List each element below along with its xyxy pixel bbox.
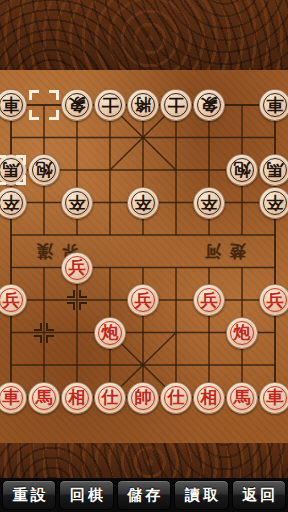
- black-soldier[interactable]: 卒: [0, 187, 27, 219]
- black-chariot[interactable]: 車: [0, 89, 27, 121]
- piece-glyph: 車: [260, 90, 288, 120]
- piece-glyph: 炮: [29, 155, 59, 185]
- piece-glyph: 炮: [95, 318, 125, 348]
- piece-glyph: 相: [62, 383, 92, 413]
- piece-glyph: 象: [62, 90, 92, 120]
- toolbar: 重設 回棋 儲存 讀取 返回: [0, 478, 288, 512]
- piece-glyph: 炮: [227, 318, 257, 348]
- piece-glyph: 卒: [128, 188, 158, 218]
- piece-glyph: 車: [260, 383, 288, 413]
- piece-glyph: 兵: [62, 253, 92, 283]
- black-soldier[interactable]: 卒: [127, 187, 159, 219]
- black-soldier[interactable]: 卒: [61, 187, 93, 219]
- piece-glyph: 馬: [29, 383, 59, 413]
- red-chariot[interactable]: 車: [0, 382, 27, 414]
- black-soldier[interactable]: 卒: [259, 187, 288, 219]
- black-cannon[interactable]: 炮: [28, 154, 60, 186]
- undo-button[interactable]: 回棋: [59, 480, 113, 510]
- black-general[interactable]: 將: [127, 89, 159, 121]
- black-horse[interactable]: 馬: [259, 154, 288, 186]
- piece-glyph: 兵: [194, 285, 224, 315]
- piece-glyph: 兵: [260, 285, 288, 315]
- pieces-layer: 車象士將士象車馬炮炮馬卒卒卒卒卒兵兵兵兵兵炮炮車馬相仕帥仕相馬車: [0, 70, 288, 443]
- piece-glyph: 卒: [62, 188, 92, 218]
- red-elephant[interactable]: 相: [193, 382, 225, 414]
- bottom-wave-pattern: [0, 443, 288, 478]
- red-soldier[interactable]: 兵: [127, 284, 159, 316]
- piece-glyph: 馬: [260, 155, 288, 185]
- red-advisor[interactable]: 仕: [94, 382, 126, 414]
- piece-glyph: 兵: [0, 285, 26, 315]
- back-button[interactable]: 返回: [232, 480, 286, 510]
- piece-glyph: 卒: [260, 188, 288, 218]
- black-elephant[interactable]: 象: [61, 89, 93, 121]
- piece-glyph: 炮: [227, 155, 257, 185]
- red-general[interactable]: 帥: [127, 382, 159, 414]
- black-advisor[interactable]: 士: [94, 89, 126, 121]
- piece-glyph: 象: [194, 90, 224, 120]
- black-soldier[interactable]: 卒: [193, 187, 225, 219]
- last-move-source-marker: [29, 90, 59, 120]
- piece-glyph: 卒: [194, 188, 224, 218]
- point-marker: [34, 323, 54, 343]
- xiangqi-board[interactable]: 界漢 楚河 車象士將士象車馬炮炮馬卒卒卒卒卒兵兵兵兵兵炮炮車馬相仕帥仕相馬車: [0, 70, 288, 443]
- black-cannon[interactable]: 炮: [226, 154, 258, 186]
- red-elephant[interactable]: 相: [61, 382, 93, 414]
- point-marker: [67, 290, 87, 310]
- red-cannon[interactable]: 炮: [226, 317, 258, 349]
- black-advisor[interactable]: 士: [160, 89, 192, 121]
- red-soldier[interactable]: 兵: [61, 252, 93, 284]
- piece-glyph: 馬: [227, 383, 257, 413]
- red-soldier[interactable]: 兵: [259, 284, 288, 316]
- piece-glyph: 相: [194, 383, 224, 413]
- piece-glyph: 車: [0, 383, 26, 413]
- red-cannon[interactable]: 炮: [94, 317, 126, 349]
- top-wave-pattern: [0, 0, 288, 70]
- save-button[interactable]: 儲存: [117, 480, 171, 510]
- piece-glyph: 仕: [95, 383, 125, 413]
- red-chariot[interactable]: 車: [259, 382, 288, 414]
- app-screen: 界漢 楚河 車象士將士象車馬炮炮馬卒卒卒卒卒兵兵兵兵兵炮炮車馬相仕帥仕相馬車 重…: [0, 0, 288, 512]
- red-advisor[interactable]: 仕: [160, 382, 192, 414]
- selected-piece-marker: [0, 155, 26, 185]
- black-elephant[interactable]: 象: [193, 89, 225, 121]
- piece-glyph: 仕: [161, 383, 191, 413]
- black-chariot[interactable]: 車: [259, 89, 288, 121]
- piece-glyph: 將: [128, 90, 158, 120]
- red-horse[interactable]: 馬: [28, 382, 60, 414]
- piece-glyph: 兵: [128, 285, 158, 315]
- piece-glyph: 士: [161, 90, 191, 120]
- piece-glyph: 士: [95, 90, 125, 120]
- reset-button[interactable]: 重設: [2, 480, 56, 510]
- piece-glyph: 卒: [0, 188, 26, 218]
- piece-glyph: 帥: [128, 383, 158, 413]
- load-button[interactable]: 讀取: [174, 480, 228, 510]
- piece-glyph: 車: [0, 90, 26, 120]
- red-horse[interactable]: 馬: [226, 382, 258, 414]
- red-soldier[interactable]: 兵: [0, 284, 27, 316]
- red-soldier[interactable]: 兵: [193, 284, 225, 316]
